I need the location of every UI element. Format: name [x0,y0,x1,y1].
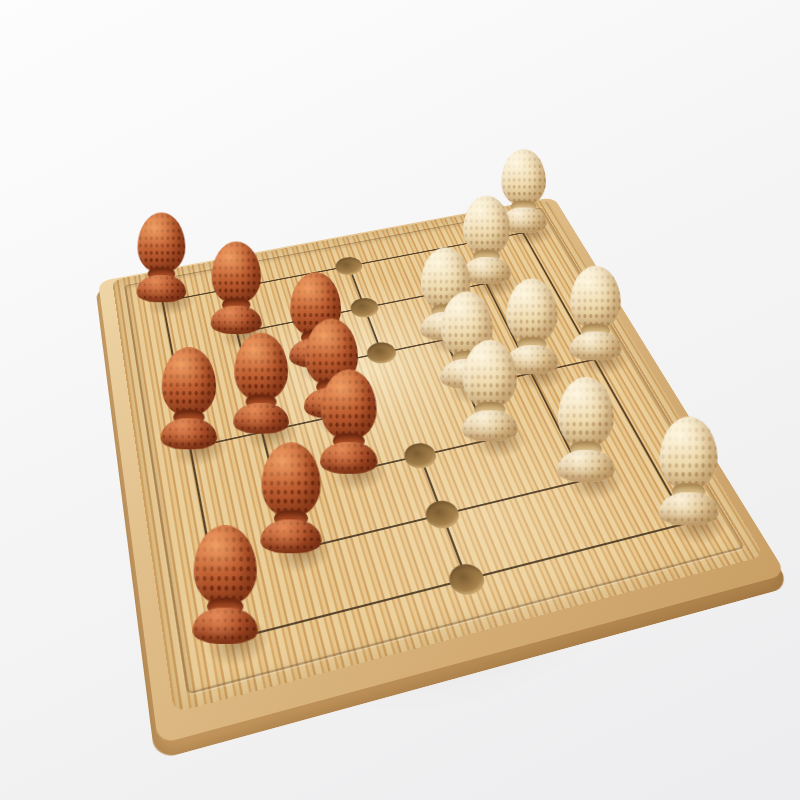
peg-head [570,266,620,330]
peg-foot [161,418,217,449]
point-a1[interactable] [178,594,276,690]
red-peg-a7[interactable] [136,212,187,302]
natural-peg-e3[interactable] [461,340,519,442]
empty-hole-d1[interactable] [445,561,489,599]
red-peg-b4[interactable] [232,333,290,434]
peg-head [261,442,320,517]
red-peg-b2[interactable] [259,442,323,553]
morris-board [112,200,764,713]
peg-head [321,369,376,439]
peg-foot [192,608,258,644]
peg-head [162,347,216,416]
peg-foot [462,410,518,441]
peg-head [463,340,517,409]
peg-foot [659,492,719,525]
red-peg-c3[interactable] [319,369,379,474]
peg-foot [260,519,321,553]
natural-peg-g1[interactable] [658,417,720,526]
peg-head [138,212,186,273]
empty-hole-d2[interactable] [422,498,463,532]
red-peg-a4[interactable] [160,347,219,449]
empty-hole-d3[interactable] [401,440,440,471]
peg-foot [233,403,289,434]
peg-head [558,377,614,448]
natural-peg-f2[interactable] [556,377,616,482]
peg-head [194,525,257,605]
red-peg-a1[interactable] [191,525,259,644]
studio-backdrop [0,0,800,800]
peg-foot [320,442,378,474]
peg-foot [557,450,615,482]
peg-head [660,417,718,490]
peg-head [234,333,288,401]
